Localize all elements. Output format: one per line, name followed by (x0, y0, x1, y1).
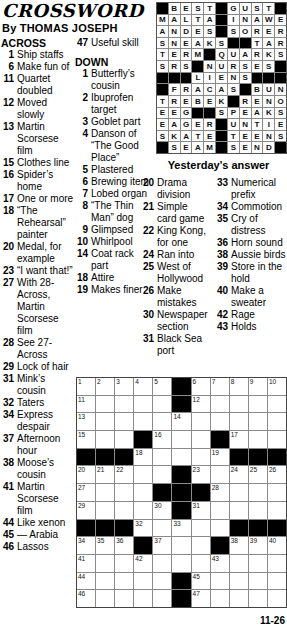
puzzle-cell[interactable] (134, 484, 152, 501)
clue-number: 29 (1, 361, 17, 373)
puzzle-cell[interactable] (96, 590, 114, 607)
clue-number: 20 (1, 241, 17, 265)
clue-text: Horn sound (231, 237, 286, 249)
puzzle-cell[interactable] (230, 413, 248, 430)
puzzle-cell[interactable]: 31 (192, 502, 210, 519)
puzzle-cell[interactable]: 45 (192, 573, 210, 590)
down-clue-list-2: 20Drama division21Simple card game22King… (141, 177, 209, 357)
clue-number: 44 (1, 517, 17, 529)
puzzle-cell[interactable] (249, 590, 267, 607)
puzzle-cell[interactable]: 15 (77, 431, 95, 448)
puzzle-cell[interactable]: 8 (230, 378, 248, 395)
puzzle-cell[interactable]: 17 (230, 431, 248, 448)
puzzle-cell[interactable]: 3 (115, 378, 133, 395)
clue-number: 13 (1, 121, 17, 157)
clue-6-down: 6Brewing item (75, 176, 149, 188)
puzzle-cell[interactable]: 1 (77, 378, 95, 395)
answer-cell: E (252, 131, 263, 142)
answer-cell: T (192, 15, 203, 26)
clue-43-down: 43Holds (215, 321, 286, 333)
answer-cell: M (192, 49, 203, 60)
clue-text: Medal, for example (17, 241, 74, 265)
puzzle-cell[interactable] (172, 431, 190, 448)
clue-11-across: 11Quartet doubled (1, 73, 74, 97)
puzzle-cell[interactable] (134, 396, 152, 413)
puzzle-cell[interactable]: 38 (230, 537, 248, 554)
answer-cell: S (216, 38, 227, 49)
answer-cell: E (169, 108, 180, 119)
cell-number: 26 (269, 466, 276, 473)
answer-cell: T (157, 49, 168, 60)
cell-number: 35 (97, 537, 104, 544)
puzzle-cell-black (172, 378, 190, 395)
answer-cell: E (263, 26, 274, 37)
clue-20-down: 20Drama division (141, 177, 209, 201)
puzzle-cell[interactable]: 26 (268, 466, 286, 483)
answer-cell: S (157, 61, 168, 72)
puzzle-cell[interactable] (96, 502, 114, 519)
puzzle-cell[interactable]: 25 (249, 466, 267, 483)
clue-number: 24 (141, 249, 157, 261)
answer-cell-black (216, 131, 227, 142)
clue-number: 27 (1, 277, 17, 337)
clue-text: Cry of distress (231, 213, 286, 237)
answer-cell: E (181, 3, 192, 14)
crossword-title: CROSSWORD (2, 0, 144, 21)
puzzle-cell-black (115, 449, 133, 466)
answer-cell: M (157, 15, 168, 26)
puzzle-cell[interactable] (192, 537, 210, 554)
clue-number: 43 (215, 321, 231, 333)
answer-cell: A (252, 15, 263, 26)
puzzle-cell[interactable]: 42 (134, 555, 152, 572)
puzzle-cell[interactable]: 16 (153, 431, 171, 448)
clue-number: 6 (75, 176, 91, 188)
puzzle-cell[interactable]: 43 (211, 555, 229, 572)
puzzle-cell[interactable] (192, 413, 210, 430)
puzzle-cell[interactable]: 37 (153, 537, 171, 554)
puzzle-cell[interactable]: 20 (77, 466, 95, 483)
answer-cell-black (181, 73, 192, 84)
clue-45-across: 45— Arabia (1, 529, 74, 541)
puzzle-cell[interactable]: 28 (211, 484, 229, 501)
clue-46-across: 46Lassos (1, 541, 74, 553)
puzzle-cell[interactable] (230, 590, 248, 607)
puzzle-cell[interactable]: 39 (249, 537, 267, 554)
puzzle-cell[interactable] (153, 396, 171, 413)
clue-number: 35 (215, 213, 231, 237)
cell-number: 29 (78, 502, 85, 509)
puzzle-cell[interactable] (268, 484, 286, 501)
cell-number: 41 (78, 555, 85, 562)
answer-cell: N (169, 26, 180, 37)
clue-number: 31 (1, 373, 17, 397)
puzzle-cell[interactable]: 41 (77, 555, 95, 572)
answer-cell: R (204, 119, 215, 130)
clue-13-across: 13Martin Scorsese film (1, 121, 74, 157)
puzzle-cell[interactable] (134, 590, 152, 607)
puzzle-cell[interactable]: 36 (115, 537, 133, 554)
answer-cell: B (169, 3, 180, 14)
puzzle-cell[interactable] (96, 484, 114, 501)
clue-text: Ibuprofen target (91, 92, 149, 116)
puzzle-cell[interactable]: 13 (77, 413, 95, 430)
answer-cell: P (228, 108, 239, 119)
puzzle-cell[interactable] (134, 573, 152, 590)
cell-number: 2 (97, 378, 101, 385)
answer-cell: S (275, 131, 286, 142)
puzzle-cell[interactable]: 6 (192, 378, 210, 395)
puzzle-cell[interactable] (96, 396, 114, 413)
puzzle-cell-black (115, 520, 133, 537)
clue-number: 25 (141, 261, 157, 285)
puzzle-cell[interactable]: 5 (153, 378, 171, 395)
down-header: DOWN (75, 56, 149, 68)
answer-cell: E (216, 73, 227, 84)
clue-number: 32 (1, 397, 17, 409)
puzzle-cell[interactable] (268, 502, 286, 519)
clue-44-across: 44Like xenon (1, 517, 74, 529)
clue-19-down: 19Makes finer (75, 284, 149, 296)
answer-cell: O (275, 96, 286, 107)
puzzle-cell[interactable] (268, 431, 286, 448)
answer-cell: B (252, 84, 263, 95)
puzzle-cell[interactable] (134, 502, 152, 519)
clue-text: Goblet part (91, 116, 149, 128)
clue-text: Ship staffs (17, 49, 74, 61)
puzzle-cell[interactable] (96, 431, 114, 448)
answer-cell: N (275, 84, 286, 95)
clue-number: 6 (1, 61, 17, 73)
clue-number: 23 (1, 265, 17, 277)
puzzle-cell[interactable] (268, 413, 286, 430)
answer-cell: R (181, 49, 192, 60)
answer-cell: I (228, 15, 239, 26)
puzzle-cell[interactable] (268, 555, 286, 572)
answer-cell: D (263, 142, 274, 153)
puzzle-cell[interactable] (153, 520, 171, 537)
puzzle-cell[interactable] (268, 573, 286, 590)
puzzle-cell[interactable] (115, 396, 133, 413)
puzzle-cell[interactable]: 29 (77, 502, 95, 519)
clue-number: 11 (1, 73, 17, 97)
clue-text: “The Rehearsal” painter (17, 205, 74, 241)
clue-text: Make a sweater (231, 285, 286, 309)
puzzle-cell[interactable] (249, 396, 267, 413)
across-clue-list: 1Ship staffs6Make fun of11Quartet double… (1, 49, 74, 553)
answer-cell: E (240, 142, 251, 153)
across-clue-list-continued: 47Useful skill (75, 37, 149, 49)
answer-cell: E (192, 26, 203, 37)
puzzle-cell[interactable] (230, 484, 248, 501)
answer-cell: M (204, 142, 215, 153)
puzzle-cell[interactable] (230, 555, 248, 572)
cell-number: 44 (78, 573, 85, 580)
answer-cell: O (240, 26, 251, 37)
cell-number: 13 (78, 413, 85, 420)
clue-text: Newspaper section (157, 309, 209, 333)
answer-cell: E (169, 49, 180, 60)
clue-number: 18 (75, 272, 91, 284)
puzzle-cell-black (268, 449, 286, 466)
puzzle-cell[interactable]: 19 (211, 449, 229, 466)
puzzle-cell[interactable]: 9 (249, 378, 267, 395)
puzzle-cell[interactable]: 10 (268, 378, 286, 395)
clue-text: See 27-Across (17, 337, 74, 361)
clue-number: 33 (215, 177, 231, 201)
clue-column-4: 33Numerical prefix34Commotion35Cry of di… (215, 177, 286, 333)
clue-35-down: 35Cry of distress (215, 213, 286, 237)
clue-text: “I want that!” (17, 265, 74, 277)
puzzle-cell[interactable] (172, 537, 190, 554)
answer-cell: T (204, 3, 215, 14)
puzzle-cell-black (77, 449, 95, 466)
puzzle-cell[interactable]: 24 (230, 466, 248, 483)
answer-cell: T (252, 38, 263, 49)
clue-number: 16 (1, 169, 17, 193)
puzzle-cell[interactable]: 12 (192, 396, 210, 413)
puzzle-cell[interactable] (211, 396, 229, 413)
answer-cell: T (263, 3, 274, 14)
clue-text: With 28-Across, Martin Scorsese film (17, 277, 74, 337)
answer-cell: D (181, 26, 192, 37)
puzzle-cell[interactable] (211, 590, 229, 607)
answer-cell: K (263, 49, 274, 60)
answer-cell: C (204, 84, 215, 95)
cell-number: 42 (135, 555, 142, 562)
puzzle-cell[interactable] (211, 502, 229, 519)
puzzle-cell[interactable]: 27 (77, 484, 95, 501)
answer-cell: E (240, 108, 251, 119)
puzzle-cell-black (172, 573, 190, 590)
puzzle-cell[interactable] (268, 396, 286, 413)
answer-cell-black (216, 119, 227, 130)
puzzle-cell[interactable] (115, 590, 133, 607)
answer-cell: R (169, 61, 180, 72)
clue-37-across: 37Afternoon hour (1, 433, 74, 457)
puzzle-cell[interactable] (192, 431, 210, 448)
puzzle-cell-black (134, 537, 152, 554)
puzzle-cell[interactable]: 11 (77, 396, 95, 413)
puzzle-cell-black (268, 520, 286, 537)
puzzle-cell[interactable]: 40 (268, 537, 286, 554)
clue-text: Like xenon (17, 517, 74, 529)
puzzle-cell[interactable] (115, 502, 133, 519)
clue-33-down: 33Numerical prefix (215, 177, 286, 201)
cell-number: 40 (269, 537, 276, 544)
puzzle-cell[interactable] (96, 573, 114, 590)
puzzle-cell[interactable] (211, 413, 229, 430)
answer-cell: A (157, 26, 168, 37)
clue-29-across: 29Lock of hair (1, 361, 74, 373)
clue-1-across: 1Ship staffs (1, 49, 74, 61)
puzzle-cell[interactable] (115, 573, 133, 590)
puzzle-cell[interactable]: 46 (77, 590, 95, 607)
answer-cell: N (263, 131, 274, 142)
clue-14-down: 14Coat rack part (75, 248, 149, 272)
answer-cell: E (157, 108, 168, 119)
puzzle-cell-black (96, 449, 114, 466)
puzzle-cell[interactable] (211, 520, 229, 537)
yesterday-answer-caption: Yesterday’s answer (150, 159, 287, 171)
puzzle-cell[interactable]: 14 (172, 413, 190, 430)
puzzle-cell[interactable] (268, 590, 286, 607)
answer-cell: A (181, 131, 192, 142)
puzzle-cell[interactable] (249, 573, 267, 590)
answer-cell: S (169, 142, 180, 153)
answer-cell: U (240, 3, 251, 14)
answer-cell: N (228, 73, 239, 84)
puzzle-cell[interactable] (192, 555, 210, 572)
puzzle-cell[interactable] (115, 484, 133, 501)
clue-number: 5 (75, 164, 91, 176)
cell-number: 5 (154, 378, 158, 385)
cell-number: 10 (269, 378, 276, 385)
puzzle-cell[interactable] (153, 573, 171, 590)
clue-number: 45 (1, 529, 17, 541)
puzzle-cell[interactable] (211, 466, 229, 483)
puzzle-cell[interactable] (96, 555, 114, 572)
clue-text: Clothes line (17, 157, 74, 169)
puzzle-cell[interactable] (172, 555, 190, 572)
answer-cell-black (216, 3, 227, 14)
yesterday-answer-grid: BESTGUSTMALTAINAWEANDESSORERSNEAKSTARTER… (156, 2, 287, 154)
puzzle-cell[interactable] (192, 520, 210, 537)
puzzle-cell[interactable] (211, 573, 229, 590)
clue-text: Lock of hair (17, 361, 74, 373)
clue-number: 47 (75, 37, 91, 49)
puzzle-cell[interactable] (172, 449, 190, 466)
answer-cell: B (192, 96, 203, 107)
puzzle-cell[interactable]: 7 (211, 378, 229, 395)
clue-8-down: 8“The Thin Man” dog (75, 200, 149, 224)
puzzle-cell[interactable]: 23 (192, 466, 210, 483)
cell-number: 38 (231, 537, 238, 544)
cell-number: 46 (78, 590, 85, 597)
clue-number: 30 (141, 309, 157, 333)
clue-text: Plastered (91, 164, 149, 176)
puzzle-cell[interactable]: 44 (77, 573, 95, 590)
puzzle-cell[interactable]: 22 (115, 466, 133, 483)
puzzle-cell[interactable] (230, 396, 248, 413)
puzzle-cell[interactable] (153, 449, 171, 466)
cell-number: 20 (78, 466, 85, 473)
clue-3-down: 3Goblet part (75, 116, 149, 128)
clue-number: 42 (215, 309, 231, 321)
clue-number: 34 (215, 201, 231, 213)
puzzle-cell[interactable]: 33 (172, 520, 190, 537)
clue-text: Commotion (231, 201, 286, 213)
answer-cell: G (181, 119, 192, 130)
cell-number: 30 (154, 502, 161, 509)
clue-text: King Kong, for one (157, 225, 209, 249)
answer-cell: A (192, 84, 203, 95)
answer-cell: E (252, 96, 263, 107)
clue-28-across: 28See 27-Across (1, 337, 74, 361)
puzzle-cell[interactable] (230, 502, 248, 519)
answer-cell: U (216, 61, 227, 72)
cell-number: 31 (193, 502, 200, 509)
puzzle-cell[interactable] (249, 502, 267, 519)
puzzle-cell[interactable]: 34 (77, 537, 95, 554)
puzzle-cell[interactable] (153, 555, 171, 572)
crossword-page: CROSSWORD By THOMAS JOSEPH BESTGUSTMALTA… (0, 0, 287, 630)
clue-text: Ran into (157, 249, 209, 261)
puzzle-cell[interactable] (192, 449, 210, 466)
answer-cell: S (228, 84, 239, 95)
puzzle-cell[interactable] (249, 484, 267, 501)
clue-number: 21 (141, 201, 157, 225)
cell-number: 36 (116, 537, 123, 544)
clue-text: Store in the hold (231, 261, 286, 285)
puzzle-cell[interactable] (249, 431, 267, 448)
puzzle-cell[interactable] (115, 413, 133, 430)
clue-number: 4 (75, 128, 91, 164)
puzzle-cell-black (211, 431, 229, 448)
answer-cell: T (192, 131, 203, 142)
answer-cell: A (240, 49, 251, 60)
puzzle-cell[interactable]: 35 (96, 537, 114, 554)
puzzle-cell[interactable]: 18 (134, 449, 152, 466)
puzzle-cell[interactable]: 30 (153, 502, 171, 519)
clue-text: Martin Scorsese film (17, 121, 74, 157)
answer-cell: A (192, 38, 203, 49)
clue-34-across: 34Express despair (1, 409, 74, 433)
cell-number: 27 (78, 484, 85, 491)
cell-number: 7 (212, 378, 216, 385)
puzzle-cell[interactable] (249, 413, 267, 430)
answer-cell: E (181, 142, 192, 153)
clue-text: Black Sea port (157, 333, 209, 357)
puzzle-cell[interactable] (230, 573, 248, 590)
clue-12-across: 12Moved slowly (1, 97, 74, 121)
puzzle-cell[interactable] (153, 413, 171, 430)
answer-cell: E (157, 119, 168, 130)
clue-24-down: 24Ran into (141, 249, 209, 261)
clue-41-across: 41Martin Scorsese film (1, 481, 74, 517)
answer-cell: S (192, 3, 203, 14)
puzzle-cell[interactable]: 4 (134, 378, 152, 395)
clue-34-down: 34Commotion (215, 201, 286, 213)
answer-cell-black (275, 142, 286, 153)
clue-number: 38 (215, 249, 231, 261)
puzzle-cell[interactable] (153, 590, 171, 607)
puzzle-cell[interactable] (115, 555, 133, 572)
answer-cell: E (181, 96, 192, 107)
clue-38-down: 38Aussie birds (215, 249, 286, 261)
puzzle-cell[interactable]: 21 (96, 466, 114, 483)
answer-cell: K (169, 131, 180, 142)
puzzle-cell[interactable] (96, 413, 114, 430)
clue-number: 18 (1, 205, 17, 241)
puzzle-cell[interactable]: 2 (96, 378, 114, 395)
cell-number: 6 (193, 378, 197, 385)
cell-number: 32 (135, 520, 142, 527)
answer-cell: S (275, 108, 286, 119)
puzzle-cell[interactable] (134, 466, 152, 483)
clue-text: Holds (231, 321, 286, 333)
answer-cell: R (240, 96, 251, 107)
puzzle-cell[interactable] (134, 413, 152, 430)
clue-text: Drama division (157, 177, 209, 201)
puzzle-cell[interactable]: 32 (134, 520, 152, 537)
answer-cell-black (157, 84, 168, 95)
cell-number: 1 (78, 378, 82, 385)
puzzle-cell[interactable] (153, 466, 171, 483)
puzzle-cell[interactable] (249, 555, 267, 572)
puzzle-cell[interactable]: 47 (192, 590, 210, 607)
puzzle-cell[interactable] (115, 431, 133, 448)
